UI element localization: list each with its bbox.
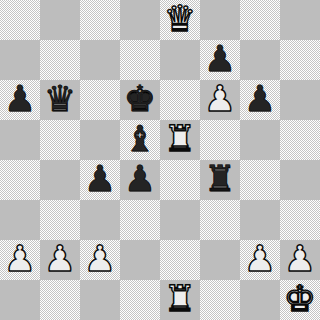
square-c7[interactable]	[80, 40, 120, 80]
piece-white-rook[interactable]: ♜	[164, 279, 196, 319]
square-h6[interactable]	[280, 80, 320, 120]
square-b1[interactable]	[40, 280, 80, 320]
square-h4[interactable]	[280, 160, 320, 200]
square-e7[interactable]	[160, 40, 200, 80]
square-d7[interactable]	[120, 40, 160, 80]
square-f8[interactable]	[200, 0, 240, 40]
square-g1[interactable]	[240, 280, 280, 320]
square-e1[interactable]: ♜	[160, 280, 200, 320]
square-c3[interactable]	[80, 200, 120, 240]
square-h1[interactable]: ♚	[280, 280, 320, 320]
square-a2[interactable]: ♟	[0, 240, 40, 280]
square-b2[interactable]: ♟	[40, 240, 80, 280]
square-a6[interactable]: ♟	[0, 80, 40, 120]
piece-black-rook[interactable]: ♜	[204, 159, 236, 199]
square-f6[interactable]: ♟	[200, 80, 240, 120]
piece-black-pawn[interactable]: ♟	[84, 159, 116, 199]
square-b6[interactable]: ♛	[40, 80, 80, 120]
piece-white-pawn[interactable]: ♟	[284, 239, 316, 279]
piece-white-king[interactable]: ♚	[284, 279, 316, 319]
square-h7[interactable]	[280, 40, 320, 80]
square-g8[interactable]	[240, 0, 280, 40]
square-h8[interactable]	[280, 0, 320, 40]
square-b8[interactable]	[40, 0, 80, 40]
square-c8[interactable]	[80, 0, 120, 40]
square-g3[interactable]	[240, 200, 280, 240]
square-e8[interactable]: ♛	[160, 0, 200, 40]
square-d4[interactable]: ♟	[120, 160, 160, 200]
piece-black-pawn[interactable]: ♟	[124, 159, 156, 199]
chess-board: ♛♟♟♛♚♟♟♝♜♟♟♜♟♟♟♟♟♜♚	[0, 0, 320, 320]
square-e2[interactable]	[160, 240, 200, 280]
piece-white-pawn[interactable]: ♟	[244, 239, 276, 279]
square-f2[interactable]	[200, 240, 240, 280]
square-g2[interactable]: ♟	[240, 240, 280, 280]
square-d3[interactable]	[120, 200, 160, 240]
piece-white-pawn[interactable]: ♟	[4, 239, 36, 279]
piece-black-pawn[interactable]: ♟	[4, 79, 36, 119]
square-d8[interactable]	[120, 0, 160, 40]
square-f5[interactable]	[200, 120, 240, 160]
square-c1[interactable]	[80, 280, 120, 320]
square-g5[interactable]	[240, 120, 280, 160]
square-a5[interactable]	[0, 120, 40, 160]
square-b4[interactable]	[40, 160, 80, 200]
square-f1[interactable]	[200, 280, 240, 320]
square-a7[interactable]	[0, 40, 40, 80]
piece-black-king[interactable]: ♚	[124, 79, 156, 119]
square-b3[interactable]	[40, 200, 80, 240]
square-c6[interactable]	[80, 80, 120, 120]
square-e6[interactable]	[160, 80, 200, 120]
square-f3[interactable]	[200, 200, 240, 240]
square-e5[interactable]: ♜	[160, 120, 200, 160]
piece-white-queen[interactable]: ♛	[164, 0, 196, 39]
square-d5[interactable]: ♝	[120, 120, 160, 160]
square-b7[interactable]	[40, 40, 80, 80]
piece-white-pawn[interactable]: ♟	[44, 239, 76, 279]
square-f4[interactable]: ♜	[200, 160, 240, 200]
piece-black-pawn[interactable]: ♟	[244, 79, 276, 119]
piece-white-pawn[interactable]: ♟	[84, 239, 116, 279]
square-a3[interactable]	[0, 200, 40, 240]
square-d6[interactable]: ♚	[120, 80, 160, 120]
piece-white-rook[interactable]: ♜	[164, 119, 196, 159]
square-h5[interactable]	[280, 120, 320, 160]
square-c4[interactable]: ♟	[80, 160, 120, 200]
piece-white-pawn[interactable]: ♟	[204, 79, 236, 119]
square-a1[interactable]	[0, 280, 40, 320]
square-b5[interactable]	[40, 120, 80, 160]
square-h2[interactable]: ♟	[280, 240, 320, 280]
square-a4[interactable]	[0, 160, 40, 200]
square-c2[interactable]: ♟	[80, 240, 120, 280]
square-g6[interactable]: ♟	[240, 80, 280, 120]
square-g7[interactable]	[240, 40, 280, 80]
square-e4[interactable]	[160, 160, 200, 200]
square-d1[interactable]	[120, 280, 160, 320]
square-f7[interactable]: ♟	[200, 40, 240, 80]
square-e3[interactable]	[160, 200, 200, 240]
square-c5[interactable]	[80, 120, 120, 160]
square-h3[interactable]	[280, 200, 320, 240]
square-g4[interactable]	[240, 160, 280, 200]
square-d2[interactable]	[120, 240, 160, 280]
piece-black-pawn[interactable]: ♟	[204, 39, 236, 79]
square-a8[interactable]	[0, 0, 40, 40]
piece-black-queen[interactable]: ♛	[44, 79, 76, 119]
piece-black-bishop[interactable]: ♝	[124, 119, 156, 159]
